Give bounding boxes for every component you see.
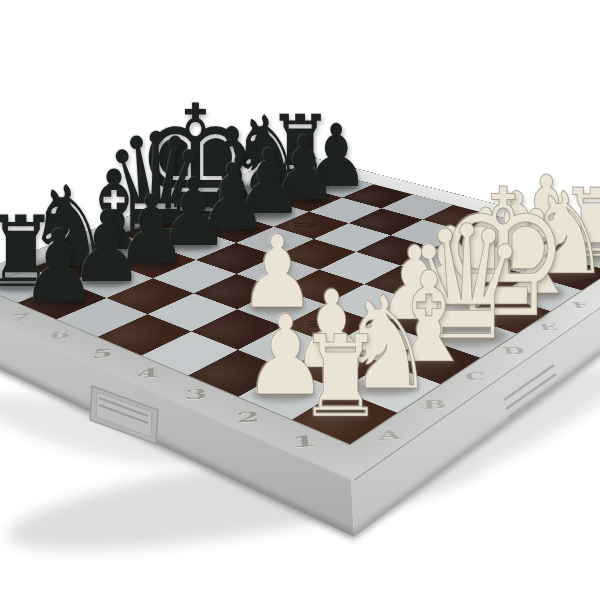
rank-label: 5 (81, 345, 123, 362)
rank-label: 1 (280, 430, 327, 453)
rank-label: 3 (174, 384, 217, 404)
rank-label: 2 (226, 406, 270, 427)
rank-label: 6 (38, 327, 80, 343)
mold-scratch-mark (294, 222, 318, 227)
chess-photo-stage: 12345678ABCDEFGH ♜♟♞♟♝♟♚♟♛♟♟♝♜♟♟♞♞♟♟♜♝♟♟… (0, 0, 600, 600)
rank-label: 4 (126, 364, 168, 382)
mold-scratch-mark (308, 320, 337, 328)
rank-label: 7 (0, 310, 40, 325)
